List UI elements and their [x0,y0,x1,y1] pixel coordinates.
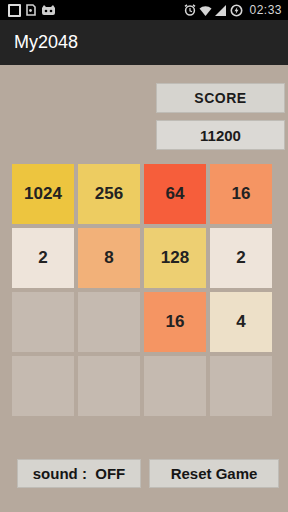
battery-charging-circle-icon [230,4,243,17]
cyanogenmod-mascot-icon [41,4,56,16]
tile-64: 64 [144,164,206,224]
square-outline-icon [8,4,21,17]
reset-game-button[interactable]: Reset Game [149,459,279,488]
sd-card-icon [26,4,36,16]
game-board[interactable]: 10242566416281282164 [12,164,272,416]
tile-128: 128 [144,228,206,288]
status-bar-indicators: 02:33 [184,3,288,17]
tile-4: 4 [210,292,272,352]
tile-2: 2 [12,228,74,288]
empty-cell [210,356,272,416]
empty-cell [12,292,74,352]
alarm-clock-icon [184,4,196,16]
score-label: SCORE [156,83,285,113]
wifi-icon [199,5,212,16]
empty-cell [78,356,140,416]
empty-cell [144,356,206,416]
app-bar: My2048 [0,20,288,65]
tile-8: 8 [78,228,140,288]
phone-screen: 02:33 My2048 SCORE 11200 102425664162812… [0,0,288,512]
tile-16: 16 [210,164,272,224]
app-title: My2048 [0,32,78,53]
empty-cell [12,356,74,416]
tile-1024: 1024 [12,164,74,224]
status-bar-clock: 02:33 [249,3,282,17]
tile-256: 256 [78,164,140,224]
cell-signal-icon [215,5,227,16]
empty-cell [78,292,140,352]
tile-16: 16 [144,292,206,352]
score-value: 11200 [156,120,285,150]
sound-toggle-button[interactable]: sound : OFF [17,459,141,488]
tile-2: 2 [210,228,272,288]
status-bar: 02:33 [0,0,288,20]
status-bar-notifications [0,4,184,17]
